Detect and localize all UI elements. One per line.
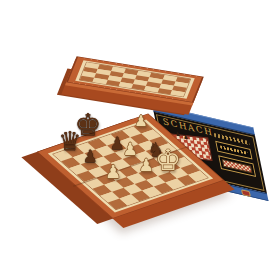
mini-piece-icon: ♟ [175, 131, 181, 137]
chess-set-product-photo: SCHACH ♟ ♟ ♚♛♟♟♞♚♟♟♟♟ [0, 0, 280, 280]
folded-board-grid [79, 62, 191, 97]
folded-board-margin [75, 60, 195, 98]
folded-chess-board [68, 57, 202, 102]
mini-piece-icon: ♟ [183, 134, 189, 140]
brand-logo-badge [241, 189, 251, 197]
board-square [170, 90, 185, 96]
